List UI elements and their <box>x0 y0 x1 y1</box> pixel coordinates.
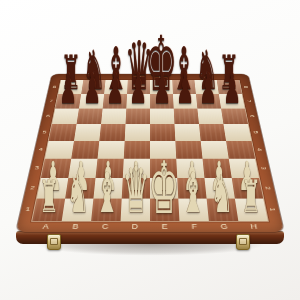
square-d8[interactable] <box>127 80 150 94</box>
coordinate-label: H <box>250 223 258 230</box>
coordinate-label: 7 <box>245 100 252 102</box>
square-e5[interactable] <box>150 124 175 141</box>
square-b5[interactable] <box>74 124 101 141</box>
square-e2[interactable] <box>150 178 178 199</box>
square-e4[interactable] <box>150 141 176 159</box>
square-c2[interactable] <box>93 178 122 199</box>
coordinate-label: F <box>181 75 185 78</box>
square-g2[interactable] <box>204 178 234 199</box>
square-e7[interactable] <box>150 94 174 109</box>
square-f7[interactable] <box>173 94 197 109</box>
coordinate-label: 6 <box>248 115 255 117</box>
coordinate-label: H <box>225 75 230 78</box>
square-g1[interactable] <box>207 199 239 221</box>
square-d6[interactable] <box>126 109 150 125</box>
square-d4[interactable] <box>124 141 150 159</box>
square-h1[interactable] <box>235 199 268 221</box>
square-b4[interactable] <box>71 141 99 159</box>
coordinate-label: B <box>92 75 97 78</box>
square-f8[interactable] <box>172 80 196 94</box>
square-f3[interactable] <box>176 159 204 178</box>
square-f4[interactable] <box>175 141 202 159</box>
coordinate-label: 4 <box>38 147 43 152</box>
square-f5[interactable] <box>174 124 200 141</box>
square-a2[interactable] <box>37 178 68 199</box>
square-d7[interactable] <box>126 94 150 109</box>
coordinate-label: 4 <box>255 148 262 151</box>
square-h7[interactable] <box>219 94 245 109</box>
square-g7[interactable] <box>196 94 221 109</box>
square-h6[interactable] <box>221 109 248 125</box>
square-h5[interactable] <box>223 124 251 141</box>
chess-set-photo: ABCDEFGH ABCDEFGH 87654321 87654321 ♜♞♝♛… <box>0 0 300 300</box>
coordinate-label: 5 <box>42 130 47 134</box>
square-h8[interactable] <box>217 80 242 94</box>
coordinate-label: A <box>70 75 75 78</box>
brass-latch-right-icon <box>236 234 250 250</box>
square-a8[interactable] <box>58 80 83 94</box>
square-a1[interactable] <box>32 199 65 221</box>
file-labels-top: ABCDEFGH <box>61 74 239 80</box>
coordinate-label: 3 <box>259 167 267 170</box>
coordinate-label: 2 <box>30 185 35 191</box>
coordinate-label: 6 <box>46 114 50 118</box>
coordinate-label: D <box>132 223 139 230</box>
square-a6[interactable] <box>52 109 79 125</box>
square-e8[interactable] <box>150 80 173 94</box>
square-c3[interactable] <box>96 159 124 178</box>
square-b6[interactable] <box>77 109 103 125</box>
square-e1[interactable] <box>150 199 179 221</box>
square-f6[interactable] <box>174 109 199 125</box>
chess-board: ABCDEFGH ABCDEFGH 87654321 87654321 <box>16 74 284 232</box>
square-h4[interactable] <box>226 141 255 159</box>
brass-latch-left-icon <box>47 234 61 250</box>
square-d1[interactable] <box>121 199 150 221</box>
square-c5[interactable] <box>99 124 125 141</box>
square-c7[interactable] <box>103 94 127 109</box>
coordinate-label: C <box>114 75 119 78</box>
coordinate-label: F <box>191 223 197 230</box>
file-labels-bottom: ABCDEFGH <box>30 221 270 232</box>
coordinate-label: 1 <box>268 208 276 211</box>
board-grid <box>32 80 267 221</box>
square-c4[interactable] <box>97 141 124 159</box>
coordinate-label: 8 <box>242 86 248 88</box>
square-g6[interactable] <box>197 109 223 125</box>
square-b7[interactable] <box>79 94 104 109</box>
coordinate-label: 7 <box>49 99 53 103</box>
coordinate-label: A <box>42 223 50 230</box>
square-b1[interactable] <box>62 199 94 221</box>
square-c8[interactable] <box>104 80 128 94</box>
square-b2[interactable] <box>65 178 95 199</box>
square-a7[interactable] <box>55 94 81 109</box>
square-g5[interactable] <box>199 124 226 141</box>
square-e6[interactable] <box>150 109 174 125</box>
board-frame: ABCDEFGH ABCDEFGH 87654321 87654321 <box>16 74 284 232</box>
coordinate-label: 3 <box>34 166 39 171</box>
square-g8[interactable] <box>194 80 218 94</box>
square-a4[interactable] <box>45 141 74 159</box>
coordinate-label: 1 <box>25 207 31 213</box>
square-h3[interactable] <box>229 159 259 178</box>
square-g3[interactable] <box>203 159 232 178</box>
coordinate-label: G <box>220 223 228 230</box>
square-a5[interactable] <box>49 124 77 141</box>
square-c6[interactable] <box>101 109 126 125</box>
square-f2[interactable] <box>177 178 206 199</box>
square-h2[interactable] <box>232 178 263 199</box>
square-a3[interactable] <box>41 159 71 178</box>
coordinate-label: B <box>72 223 79 230</box>
square-d5[interactable] <box>125 124 150 141</box>
coordinate-label: E <box>159 75 163 78</box>
coordinate-label: 8 <box>52 85 56 89</box>
coordinate-label: D <box>137 75 142 78</box>
square-e3[interactable] <box>150 159 177 178</box>
square-g4[interactable] <box>201 141 229 159</box>
coordinate-label: C <box>102 223 109 230</box>
square-f1[interactable] <box>178 199 209 221</box>
coordinate-label: 5 <box>252 131 259 133</box>
coordinate-label: 2 <box>263 186 271 189</box>
square-b8[interactable] <box>81 80 105 94</box>
square-b3[interactable] <box>68 159 97 178</box>
square-d2[interactable] <box>122 178 150 199</box>
square-c1[interactable] <box>91 199 122 221</box>
square-d3[interactable] <box>123 159 150 178</box>
coordinate-label: E <box>162 223 169 230</box>
coordinate-label: G <box>203 75 208 78</box>
